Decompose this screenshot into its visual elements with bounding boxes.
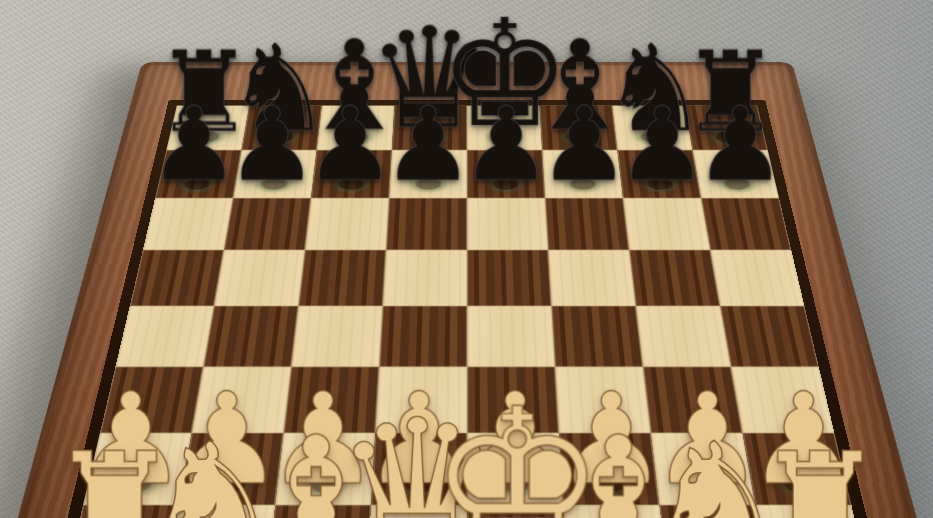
square-b4[interactable]	[203, 306, 298, 367]
square-h4[interactable]	[720, 306, 819, 367]
square-b5[interactable]	[213, 250, 304, 306]
square-a6[interactable]	[142, 198, 232, 250]
square-f7[interactable]: ♟	[542, 150, 623, 198]
perspective-stage: ♜♞♝♛♚♝♞♜♟♟♟♟♟♟♟♟♟♟♟♟♟♟♟♟♜♞♝♛♚♝♞♜	[0, 0, 933, 518]
square-d5[interactable]	[382, 250, 466, 306]
square-b6[interactable]	[223, 198, 310, 250]
square-d4[interactable]	[379, 306, 467, 367]
square-f5[interactable]	[548, 250, 636, 306]
square-h6[interactable]	[701, 198, 791, 250]
square-c4[interactable]	[291, 306, 382, 367]
square-e6[interactable]	[467, 198, 548, 250]
square-h1[interactable]: ♜	[755, 505, 870, 518]
square-g6[interactable]	[623, 198, 710, 250]
square-d7[interactable]: ♟	[388, 150, 466, 198]
table-background: ♜♞♝♛♚♝♞♜♟♟♟♟♟♟♟♟♟♟♟♟♟♟♟♟♜♞♝♛♚♝♞♜	[0, 0, 933, 518]
board-grid: ♜♞♝♛♚♝♞♜♟♟♟♟♟♟♟♟♟♟♟♟♟♟♟♟♜♞♝♛♚♝♞♜	[64, 105, 870, 518]
white-rook[interactable]: ♜	[752, 433, 886, 518]
square-e5[interactable]	[467, 250, 551, 306]
square-c7[interactable]: ♟	[310, 150, 391, 198]
square-g7[interactable]: ♟	[617, 150, 701, 198]
square-g5[interactable]	[629, 250, 720, 306]
square-a4[interactable]	[115, 306, 214, 367]
square-c5[interactable]	[298, 250, 386, 306]
square-f4[interactable]	[551, 306, 642, 367]
board-border-strip: ♜♞♝♛♚♝♞♜♟♟♟♟♟♟♟♟♟♟♟♟♟♟♟♟♜♞♝♛♚♝♞♜	[48, 100, 885, 518]
square-e7[interactable]: ♟	[467, 150, 545, 198]
square-c6[interactable]	[304, 198, 388, 250]
square-g4[interactable]	[635, 306, 730, 367]
square-f6[interactable]	[545, 198, 629, 250]
chessboard-frame: ♜♞♝♛♚♝♞♜♟♟♟♟♟♟♟♟♟♟♟♟♟♟♟♟♜♞♝♛♚♝♞♜	[0, 62, 933, 518]
square-a5[interactable]	[129, 250, 223, 306]
square-d6[interactable]	[385, 198, 466, 250]
black-pawn[interactable]: ♟	[694, 94, 786, 197]
square-h5[interactable]	[710, 250, 804, 306]
square-e4[interactable]	[467, 306, 555, 367]
square-h7[interactable]: ♟	[692, 150, 778, 198]
